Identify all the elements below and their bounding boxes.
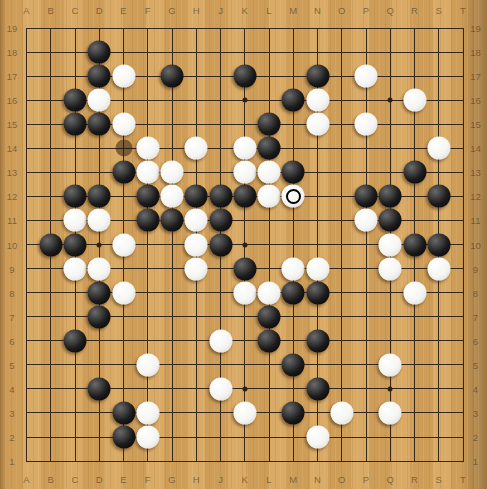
black-stone xyxy=(88,41,111,64)
black-stone xyxy=(185,185,208,208)
white-stone xyxy=(403,89,426,112)
black-stone xyxy=(209,185,232,208)
white-stone xyxy=(64,257,87,280)
coord-label-bottom: N xyxy=(314,473,321,484)
black-stone xyxy=(88,281,111,304)
coord-label-left: 16 xyxy=(7,95,18,106)
star-point xyxy=(242,242,247,247)
black-stone xyxy=(258,137,281,160)
star-point xyxy=(97,242,102,247)
go-board[interactable]: AABBCCDDEEFFGGHHJJKKLLMMNNOOPPQQRRSSTT19… xyxy=(0,0,487,489)
white-stone xyxy=(112,281,135,304)
white-stone xyxy=(185,233,208,256)
ghost-stone-preview xyxy=(115,140,132,157)
coord-label-bottom: R xyxy=(411,473,418,484)
white-stone xyxy=(185,209,208,232)
coord-label-top: T xyxy=(460,5,466,16)
white-stone xyxy=(88,257,111,280)
white-stone xyxy=(112,65,135,88)
black-stone xyxy=(209,233,232,256)
coord-label-top: S xyxy=(436,5,442,16)
coord-label-left: 7 xyxy=(9,311,14,322)
black-stone xyxy=(39,233,62,256)
coord-label-right: 19 xyxy=(470,23,481,34)
coord-label-top: H xyxy=(193,5,200,16)
star-point xyxy=(242,98,247,103)
coord-label-right: 15 xyxy=(470,119,481,130)
white-stone xyxy=(185,137,208,160)
black-stone xyxy=(161,65,184,88)
coord-label-bottom: M xyxy=(289,473,297,484)
black-stone xyxy=(258,113,281,136)
white-stone xyxy=(233,161,256,184)
white-stone xyxy=(136,161,159,184)
coord-label-bottom: Q xyxy=(387,473,394,484)
coord-label-bottom: O xyxy=(338,473,345,484)
white-stone xyxy=(427,257,450,280)
white-stone xyxy=(355,65,378,88)
white-stone xyxy=(233,401,256,424)
white-stone xyxy=(112,233,135,256)
white-stone xyxy=(136,401,159,424)
coord-label-top: J xyxy=(218,5,223,16)
black-stone xyxy=(282,161,305,184)
coord-label-left: 6 xyxy=(9,335,14,346)
black-stone xyxy=(282,89,305,112)
black-stone xyxy=(88,65,111,88)
coord-label-right: 17 xyxy=(470,71,481,82)
black-stone xyxy=(379,185,402,208)
black-stone xyxy=(233,185,256,208)
star-point xyxy=(242,386,247,391)
coord-label-right: 13 xyxy=(470,167,481,178)
white-stone xyxy=(258,185,281,208)
black-stone xyxy=(233,65,256,88)
black-stone xyxy=(306,377,329,400)
black-stone xyxy=(112,401,135,424)
black-stone xyxy=(64,89,87,112)
white-stone xyxy=(379,401,402,424)
black-stone xyxy=(306,65,329,88)
white-stone xyxy=(379,353,402,376)
white-stone xyxy=(282,257,305,280)
grid-line-vertical xyxy=(269,28,270,462)
coord-label-bottom: C xyxy=(72,473,79,484)
black-stone xyxy=(403,233,426,256)
coord-label-bottom: K xyxy=(242,473,248,484)
white-stone xyxy=(403,281,426,304)
white-stone xyxy=(233,281,256,304)
white-stone xyxy=(185,257,208,280)
coord-label-left: 17 xyxy=(7,71,18,82)
coord-label-left: 1 xyxy=(9,456,14,467)
grid-line-horizontal xyxy=(26,340,464,341)
black-stone xyxy=(258,305,281,328)
black-stone xyxy=(258,329,281,352)
black-stone xyxy=(88,377,111,400)
grid-line-vertical xyxy=(366,28,367,462)
coord-label-bottom: D xyxy=(96,473,103,484)
coord-label-top: C xyxy=(72,5,79,16)
black-stone xyxy=(306,329,329,352)
star-point xyxy=(388,98,393,103)
coord-label-left: 3 xyxy=(9,407,14,418)
coord-label-left: 8 xyxy=(9,287,14,298)
coord-label-left: 13 xyxy=(7,167,18,178)
coord-label-top: Q xyxy=(387,5,394,16)
coord-label-top: P xyxy=(363,5,369,16)
black-stone xyxy=(379,209,402,232)
black-stone xyxy=(112,161,135,184)
coord-label-top: F xyxy=(145,5,151,16)
grid-line-vertical xyxy=(463,28,464,462)
coord-label-bottom: A xyxy=(23,473,29,484)
coord-label-top: D xyxy=(96,5,103,16)
last-move-marker xyxy=(286,189,301,204)
black-stone xyxy=(282,281,305,304)
black-stone xyxy=(161,209,184,232)
black-stone xyxy=(88,185,111,208)
white-stone xyxy=(330,401,353,424)
coord-label-right: 4 xyxy=(473,383,478,394)
white-stone xyxy=(258,281,281,304)
white-stone xyxy=(161,161,184,184)
white-stone xyxy=(282,185,305,208)
black-stone xyxy=(64,113,87,136)
white-stone xyxy=(306,257,329,280)
coord-label-bottom: F xyxy=(145,473,151,484)
coord-label-top: L xyxy=(266,5,271,16)
white-stone xyxy=(209,377,232,400)
black-stone xyxy=(233,257,256,280)
black-stone xyxy=(427,233,450,256)
white-stone xyxy=(258,161,281,184)
coord-label-right: 7 xyxy=(473,311,478,322)
coord-label-right: 3 xyxy=(473,407,478,418)
white-stone xyxy=(88,209,111,232)
coord-label-top: M xyxy=(289,5,297,16)
white-stone xyxy=(379,233,402,256)
coord-label-top: O xyxy=(338,5,345,16)
coord-label-top: N xyxy=(314,5,321,16)
coord-label-left: 10 xyxy=(7,239,18,250)
coord-label-left: 12 xyxy=(7,191,18,202)
grid-line-horizontal xyxy=(26,461,464,462)
white-stone xyxy=(136,137,159,160)
coord-label-left: 18 xyxy=(7,47,18,58)
white-stone xyxy=(209,329,232,352)
grid-line-vertical xyxy=(341,28,342,462)
star-point xyxy=(388,386,393,391)
coord-label-bottom: G xyxy=(168,473,175,484)
coord-label-left: 5 xyxy=(9,359,14,370)
white-stone xyxy=(136,426,159,449)
coord-label-bottom: E xyxy=(120,473,126,484)
grid-line-horizontal xyxy=(26,437,464,438)
coord-label-left: 14 xyxy=(7,143,18,154)
coord-label-bottom: S xyxy=(436,473,442,484)
black-stone xyxy=(282,401,305,424)
coord-label-bottom: P xyxy=(363,473,369,484)
white-stone xyxy=(161,185,184,208)
coord-label-right: 10 xyxy=(470,239,481,250)
coord-label-right: 2 xyxy=(473,432,478,443)
coord-label-right: 5 xyxy=(473,359,478,370)
black-stone xyxy=(136,185,159,208)
black-stone xyxy=(64,185,87,208)
coord-label-bottom: L xyxy=(266,473,271,484)
coord-label-right: 16 xyxy=(470,95,481,106)
white-stone xyxy=(64,209,87,232)
coord-label-left: 2 xyxy=(9,432,14,443)
coord-label-left: 4 xyxy=(9,383,14,394)
coord-label-bottom: T xyxy=(460,473,466,484)
coord-label-right: 18 xyxy=(470,47,481,58)
white-stone xyxy=(306,426,329,449)
white-stone xyxy=(233,137,256,160)
coord-label-right: 12 xyxy=(470,191,481,202)
black-stone xyxy=(88,113,111,136)
coord-label-right: 6 xyxy=(473,335,478,346)
coord-label-left: 9 xyxy=(9,263,14,274)
black-stone xyxy=(64,329,87,352)
coord-label-top: A xyxy=(23,5,29,16)
black-stone xyxy=(64,233,87,256)
white-stone xyxy=(379,257,402,280)
coord-label-left: 11 xyxy=(7,215,17,226)
white-stone xyxy=(306,113,329,136)
coord-label-right: 9 xyxy=(473,263,478,274)
coord-label-top: E xyxy=(120,5,126,16)
black-stone xyxy=(88,305,111,328)
white-stone xyxy=(427,137,450,160)
coord-label-bottom: B xyxy=(48,473,54,484)
coord-label-top: K xyxy=(242,5,248,16)
black-stone xyxy=(355,185,378,208)
black-stone xyxy=(136,209,159,232)
black-stone xyxy=(403,161,426,184)
white-stone xyxy=(88,89,111,112)
white-stone xyxy=(355,209,378,232)
black-stone xyxy=(209,209,232,232)
coord-label-left: 15 xyxy=(7,119,18,130)
black-stone xyxy=(282,353,305,376)
coord-label-right: 14 xyxy=(470,143,481,154)
coord-label-top: G xyxy=(168,5,175,16)
white-stone xyxy=(306,89,329,112)
white-stone xyxy=(355,113,378,136)
coord-label-right: 8 xyxy=(473,287,478,298)
black-stone xyxy=(427,185,450,208)
white-stone xyxy=(136,353,159,376)
coord-label-right: 1 xyxy=(473,456,478,467)
coord-label-bottom: J xyxy=(218,473,223,484)
coord-label-top: B xyxy=(48,5,54,16)
white-stone xyxy=(112,113,135,136)
coord-label-right: 11 xyxy=(471,215,481,226)
coord-label-top: R xyxy=(411,5,418,16)
coord-label-left: 19 xyxy=(7,23,18,34)
black-stone xyxy=(306,281,329,304)
black-stone xyxy=(112,426,135,449)
coord-label-bottom: H xyxy=(193,473,200,484)
